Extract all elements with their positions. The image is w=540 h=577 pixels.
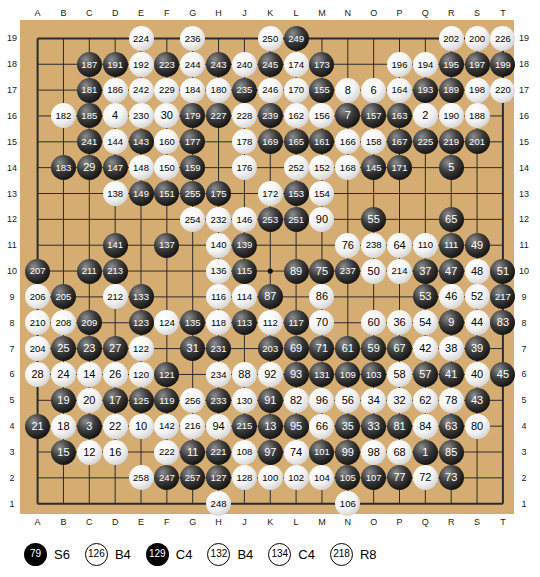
row-label-right: 15 (517, 136, 531, 148)
stone-Q18[interactable]: 194 (413, 52, 438, 77)
row-label-left: 11 (5, 239, 19, 251)
stone-N10[interactable]: 237 (335, 259, 360, 284)
stone-F17[interactable]: 229 (154, 78, 179, 103)
stone-L8[interactable]: 117 (284, 310, 309, 335)
stone-J14[interactable]: 176 (232, 155, 257, 180)
col-label-top: K (263, 7, 277, 19)
col-label-bottom: L (289, 516, 303, 528)
stone-J4[interactable]: 215 (232, 414, 257, 439)
stone-J8[interactable]: 113 (232, 310, 257, 335)
stone-L2[interactable]: 102 (284, 465, 309, 490)
stone-D3[interactable]: 16 (103, 440, 128, 465)
stone-L14[interactable]: 252 (284, 155, 309, 180)
stone-L4[interactable]: 95 (284, 414, 309, 439)
row-label-right: 2 (517, 472, 531, 484)
stone-O17[interactable]: 6 (361, 78, 386, 103)
col-label-bottom: O (367, 516, 381, 528)
stone-F4[interactable]: 142 (154, 414, 179, 439)
stone-G12[interactable]: 254 (180, 207, 205, 232)
row-label-left: 1 (5, 498, 19, 510)
stone-D5[interactable]: 17 (103, 388, 128, 413)
stone-Q17[interactable]: 193 (413, 78, 438, 103)
stone-R14[interactable]: 5 (439, 155, 464, 180)
stone-R18[interactable]: 195 (439, 52, 464, 77)
stone-Q3[interactable]: 1 (413, 440, 438, 465)
stone-C3[interactable]: 12 (77, 440, 102, 465)
row-label-right: 8 (517, 317, 531, 329)
row-label-left: 6 (5, 368, 19, 380)
stone-N17[interactable]: 8 (335, 78, 360, 103)
stone-K8[interactable]: 112 (258, 310, 283, 335)
stone-H11[interactable]: 140 (206, 233, 231, 258)
stone-E16[interactable]: 230 (129, 103, 154, 128)
stone-E18[interactable]: 192 (129, 52, 154, 77)
stone-H7[interactable]: 231 (206, 336, 231, 361)
stone-M4[interactable]: 66 (309, 414, 334, 439)
row-label-right: 6 (517, 368, 531, 380)
col-label-bottom: N (341, 516, 355, 528)
stone-N3[interactable]: 99 (335, 440, 360, 465)
stone-L17[interactable]: 170 (284, 78, 309, 103)
col-label-top: L (289, 7, 303, 19)
stone-K18[interactable]: 245 (258, 52, 283, 77)
stone-S15[interactable]: 201 (465, 129, 490, 154)
stone-K7[interactable]: 203 (258, 336, 283, 361)
stone-O3[interactable]: 98 (361, 440, 386, 465)
row-label-right: 7 (517, 343, 531, 355)
stone-S10[interactable]: 48 (465, 259, 490, 284)
stone-K9[interactable]: 87 (258, 284, 283, 309)
stone-G18[interactable]: 244 (180, 52, 205, 77)
stone-B6[interactable]: 24 (51, 362, 76, 387)
stone-S18[interactable]: 197 (465, 52, 490, 77)
stone-H4[interactable]: 94 (206, 414, 231, 439)
stone-N4[interactable]: 35 (335, 414, 360, 439)
stone-R2[interactable]: 73 (439, 465, 464, 490)
col-label-bottom: C (82, 516, 96, 528)
col-label-bottom: Q (418, 516, 432, 528)
row-label-right: 12 (517, 213, 531, 225)
row-label-left: 18 (5, 58, 19, 70)
row-label-right: 5 (517, 394, 531, 406)
stone-C14[interactable]: 29 (77, 155, 102, 180)
stone-N11[interactable]: 76 (335, 233, 360, 258)
stone-L10[interactable]: 89 (284, 259, 309, 284)
stone-R16[interactable]: 190 (439, 103, 464, 128)
caption-point-132: B4 (237, 547, 253, 562)
caption-stone-126: 126 (85, 543, 108, 566)
col-label-bottom: E (134, 516, 148, 528)
row-label-left: 14 (5, 162, 19, 174)
row-label-left: 2 (5, 472, 19, 484)
caption-point-218: R8 (360, 547, 377, 562)
stone-A6[interactable]: 28 (25, 362, 50, 387)
row-label-left: 13 (5, 188, 19, 200)
stone-D16[interactable]: 4 (103, 103, 128, 128)
stone-O4[interactable]: 33 (361, 414, 386, 439)
stone-J6[interactable]: 88 (232, 362, 257, 387)
row-label-right: 14 (517, 162, 531, 174)
stone-R5[interactable]: 78 (439, 388, 464, 413)
stone-K12[interactable]: 253 (258, 207, 283, 232)
stone-H18[interactable]: 243 (206, 52, 231, 77)
stone-Q4[interactable]: 84 (413, 414, 438, 439)
stone-E14[interactable]: 148 (129, 155, 154, 180)
stone-B3[interactable]: 15 (51, 440, 76, 465)
stone-F18[interactable]: 223 (154, 52, 179, 77)
stone-T18[interactable]: 199 (490, 52, 515, 77)
col-label-top: F (160, 7, 174, 19)
star-point (268, 268, 273, 273)
move-caption: 79S6126B4129C4132B4134C4218R8 (24, 539, 392, 569)
col-label-top: P (393, 7, 407, 19)
stone-G3[interactable]: 11 (180, 440, 205, 465)
stone-H10[interactable]: 136 (206, 259, 231, 284)
stone-G19[interactable]: 236 (180, 26, 205, 51)
caption-stone-218: 218 (330, 543, 353, 566)
col-label-top: A (31, 7, 45, 19)
stone-P17[interactable]: 164 (387, 78, 412, 103)
row-label-right: 17 (517, 84, 531, 96)
stone-R19[interactable]: 202 (439, 26, 464, 51)
col-label-top: S (470, 7, 484, 19)
row-label-right: 3 (517, 446, 531, 458)
caption-stone-134: 134 (268, 543, 291, 566)
stone-G4[interactable]: 216 (180, 414, 205, 439)
stone-J17[interactable]: 235 (232, 78, 257, 103)
col-label-bottom: T (496, 516, 510, 528)
col-label-bottom: P (393, 516, 407, 528)
stone-C8[interactable]: 209 (77, 310, 102, 335)
stone-J18[interactable]: 240 (232, 52, 257, 77)
row-label-left: 3 (5, 446, 19, 458)
row-label-right: 4 (517, 420, 531, 432)
stone-J12[interactable]: 146 (232, 207, 257, 232)
stone-L18[interactable]: 174 (284, 52, 309, 77)
stone-R6[interactable]: 41 (439, 362, 464, 387)
stone-J3[interactable]: 108 (232, 440, 257, 465)
col-label-bottom: F (160, 516, 174, 528)
stone-Q10[interactable]: 37 (413, 259, 438, 284)
stone-M3[interactable]: 101 (309, 440, 334, 465)
stone-B5[interactable]: 19 (51, 388, 76, 413)
stone-T17[interactable]: 220 (490, 78, 515, 103)
caption-point-79: S6 (54, 547, 70, 562)
stone-H3[interactable]: 221 (206, 440, 231, 465)
stone-D18[interactable]: 191 (103, 52, 128, 77)
stone-L7[interactable]: 69 (284, 336, 309, 361)
stone-L3[interactable]: 74 (284, 440, 309, 465)
col-label-top: O (367, 7, 381, 19)
stone-K15[interactable]: 169 (258, 129, 283, 154)
stone-Q15[interactable]: 225 (413, 129, 438, 154)
stone-C6[interactable]: 14 (77, 362, 102, 387)
stone-O10[interactable]: 50 (361, 259, 386, 284)
stone-D17[interactable]: 186 (103, 78, 128, 103)
stone-M17[interactable]: 155 (309, 78, 334, 103)
stone-E15[interactable]: 143 (129, 129, 154, 154)
col-label-top: N (341, 7, 355, 19)
row-label-right: 16 (517, 110, 531, 122)
stone-O11[interactable]: 238 (361, 233, 386, 258)
stone-D6[interactable]: 26 (103, 362, 128, 387)
stone-L16[interactable]: 162 (284, 103, 309, 128)
stone-D15[interactable]: 144 (103, 129, 128, 154)
col-label-bottom: J (237, 516, 251, 528)
stone-A10[interactable]: 207 (25, 259, 50, 284)
stone-R12[interactable]: 65 (439, 207, 464, 232)
go-diagram: 2242362502492022002261871911922232442432… (0, 0, 540, 577)
row-label-left: 9 (5, 291, 19, 303)
row-label-left: 19 (5, 32, 19, 44)
stone-D14[interactable]: 147 (103, 155, 128, 180)
stone-E6[interactable]: 120 (129, 362, 154, 387)
stone-E9[interactable]: 133 (129, 284, 154, 309)
stone-S5[interactable]: 43 (465, 388, 490, 413)
stone-R8[interactable]: 9 (439, 310, 464, 335)
stone-K13[interactable]: 172 (258, 181, 283, 206)
stone-K19[interactable]: 250 (258, 26, 283, 51)
row-label-left: 16 (5, 110, 19, 122)
col-label-top: Q (418, 7, 432, 19)
stone-J5[interactable]: 130 (232, 388, 257, 413)
stone-A4[interactable]: 21 (25, 414, 50, 439)
col-label-top: B (56, 7, 70, 19)
stone-S4[interactable]: 80 (465, 414, 490, 439)
stone-B4[interactable]: 18 (51, 414, 76, 439)
stone-L13[interactable]: 153 (284, 181, 309, 206)
stone-K17[interactable]: 246 (258, 78, 283, 103)
col-label-top: R (444, 7, 458, 19)
stone-T10[interactable]: 51 (490, 259, 515, 284)
stone-H6[interactable]: 234 (206, 362, 231, 387)
stone-L19[interactable]: 249 (284, 26, 309, 51)
stone-P10[interactable]: 214 (387, 259, 412, 284)
stone-P4[interactable]: 81 (387, 414, 412, 439)
stone-G17[interactable]: 184 (180, 78, 205, 103)
stone-L6[interactable]: 93 (284, 362, 309, 387)
stone-S17[interactable]: 198 (465, 78, 490, 103)
col-label-top: M (315, 7, 329, 19)
caption-point-126: B4 (115, 547, 131, 562)
stone-E4[interactable]: 10 (129, 414, 154, 439)
stone-L15[interactable]: 165 (284, 129, 309, 154)
stone-K2[interactable]: 100 (258, 465, 283, 490)
stone-E13[interactable]: 149 (129, 181, 154, 206)
stone-C5[interactable]: 20 (77, 388, 102, 413)
stone-D11[interactable]: 141 (103, 233, 128, 258)
caption-stone-129: 129 (146, 543, 169, 566)
stone-K6[interactable]: 92 (258, 362, 283, 387)
stone-R9[interactable]: 46 (439, 284, 464, 309)
stone-S16[interactable]: 188 (465, 103, 490, 128)
caption-point-129: C4 (176, 547, 193, 562)
stone-M10[interactable]: 75 (309, 259, 334, 284)
row-label-right: 10 (517, 265, 531, 277)
stone-C7[interactable]: 23 (77, 336, 102, 361)
stone-D4[interactable]: 22 (103, 414, 128, 439)
stone-P3[interactable]: 68 (387, 440, 412, 465)
stone-P7[interactable]: 67 (387, 336, 412, 361)
stone-P6[interactable]: 58 (387, 362, 412, 387)
col-label-bottom: G (186, 516, 200, 528)
stone-H5[interactable]: 233 (206, 388, 231, 413)
stone-O5[interactable]: 34 (361, 388, 386, 413)
stone-H12[interactable]: 232 (206, 207, 231, 232)
stone-R3[interactable]: 85 (439, 440, 464, 465)
stone-R4[interactable]: 63 (439, 414, 464, 439)
stone-Q11[interactable]: 110 (413, 233, 438, 258)
stone-O6[interactable]: 103 (361, 362, 386, 387)
row-label-right: 18 (517, 58, 531, 70)
row-label-left: 17 (5, 84, 19, 96)
col-label-bottom: A (31, 516, 45, 528)
stone-D13[interactable]: 138 (103, 181, 128, 206)
stone-B14[interactable]: 183 (51, 155, 76, 180)
row-label-right: 1 (517, 498, 531, 510)
stone-H13[interactable]: 175 (206, 181, 231, 206)
stone-S8[interactable]: 44 (465, 310, 490, 335)
row-label-left: 7 (5, 343, 19, 355)
stone-Q8[interactable]: 54 (413, 310, 438, 335)
stone-E19[interactable]: 224 (129, 26, 154, 51)
caption-stone-132: 132 (207, 543, 230, 566)
stone-S7[interactable]: 39 (465, 336, 490, 361)
stone-F5[interactable]: 119 (154, 388, 179, 413)
stone-F11[interactable]: 137 (154, 233, 179, 258)
stone-K5[interactable]: 91 (258, 388, 283, 413)
row-label-right: 13 (517, 188, 531, 200)
stone-C17[interactable]: 181 (77, 78, 102, 103)
stone-K3[interactable]: 97 (258, 440, 283, 465)
stone-F3[interactable]: 222 (154, 440, 179, 465)
stone-E17[interactable]: 242 (129, 78, 154, 103)
stone-E8[interactable]: 123 (129, 310, 154, 335)
stone-C15[interactable]: 241 (77, 129, 102, 154)
col-label-bottom: H (212, 516, 226, 528)
stone-K4[interactable]: 13 (258, 414, 283, 439)
col-label-bottom: R (444, 516, 458, 528)
row-label-left: 10 (5, 265, 19, 277)
stone-R15[interactable]: 219 (439, 129, 464, 154)
col-label-top: H (212, 7, 226, 19)
stone-S9[interactable]: 52 (465, 284, 490, 309)
row-label-left: 8 (5, 317, 19, 329)
stone-E7[interactable]: 122 (129, 336, 154, 361)
stone-S11[interactable]: 49 (465, 233, 490, 258)
col-label-top: D (108, 7, 122, 19)
col-label-bottom: M (315, 516, 329, 528)
stone-R7[interactable]: 38 (439, 336, 464, 361)
stone-P11[interactable]: 64 (387, 233, 412, 258)
stone-E5[interactable]: 125 (129, 388, 154, 413)
stone-H17[interactable]: 180 (206, 78, 231, 103)
row-label-right: 11 (517, 239, 531, 251)
stone-E2[interactable]: 258 (129, 465, 154, 490)
row-label-right: 9 (517, 291, 531, 303)
stone-O12[interactable]: 55 (361, 207, 386, 232)
go-board[interactable]: 2242362502492022002261871911922232442432… (20, 20, 514, 514)
col-label-bottom: K (263, 516, 277, 528)
stone-S6[interactable]: 40 (465, 362, 490, 387)
row-label-left: 15 (5, 136, 19, 148)
stone-D10[interactable]: 213 (103, 259, 128, 284)
col-label-top: C (82, 7, 96, 19)
stone-D9[interactable]: 212 (103, 284, 128, 309)
row-label-left: 5 (5, 394, 19, 406)
stone-P18[interactable]: 196 (387, 52, 412, 77)
caption-point-134: C4 (298, 547, 315, 562)
stone-Q7[interactable]: 42 (413, 336, 438, 361)
stone-Q5[interactable]: 62 (413, 388, 438, 413)
stone-C10[interactable]: 211 (77, 259, 102, 284)
col-label-top: E (134, 7, 148, 19)
stone-N5[interactable]: 56 (335, 388, 360, 413)
stone-R11[interactable]: 111 (439, 233, 464, 258)
col-label-top: G (186, 7, 200, 19)
stone-P5[interactable]: 32 (387, 388, 412, 413)
stone-Q6[interactable]: 57 (413, 362, 438, 387)
stone-B7[interactable]: 25 (51, 336, 76, 361)
col-label-bottom: D (108, 516, 122, 528)
col-label-bottom: B (56, 516, 70, 528)
stone-L5[interactable]: 82 (284, 388, 309, 413)
stone-S19[interactable]: 200 (465, 26, 490, 51)
stone-J10[interactable]: 115 (232, 259, 257, 284)
stone-L12[interactable]: 251 (284, 207, 309, 232)
col-label-top: T (496, 7, 510, 19)
stone-R17[interactable]: 189 (439, 78, 464, 103)
col-label-bottom: S (470, 516, 484, 528)
stone-G5[interactable]: 256 (180, 388, 205, 413)
stone-D7[interactable]: 27 (103, 336, 128, 361)
stone-C18[interactable]: 187 (77, 52, 102, 77)
col-label-top: J (237, 7, 251, 19)
stone-P14[interactable]: 171 (387, 155, 412, 180)
stone-R10[interactable]: 47 (439, 259, 464, 284)
row-label-left: 4 (5, 420, 19, 432)
caption-stone-79: 79 (24, 543, 47, 566)
stone-C4[interactable]: 3 (77, 414, 102, 439)
row-label-right: 19 (517, 32, 531, 44)
stone-J11[interactable]: 139 (232, 233, 257, 258)
row-label-left: 12 (5, 213, 19, 225)
